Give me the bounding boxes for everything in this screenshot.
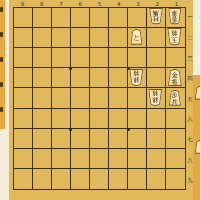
piece-kanji: 歩兵 (169, 91, 180, 106)
square-3g[interactable] (128, 129, 147, 149)
piece-face: と (131, 30, 142, 44)
square-6i[interactable] (71, 169, 90, 189)
square-1h[interactable] (166, 149, 185, 169)
square-3a[interactable] (128, 8, 147, 28)
star-point (127, 128, 130, 131)
square-3i[interactable] (128, 169, 147, 189)
square-5b[interactable] (90, 28, 109, 48)
stand-kanji-mark (0, 107, 3, 112)
shogi-app-screen: 987654321 一二三四五六七八九 桂馬香車玉将と銀将金将銀将歩兵 (0, 0, 200, 200)
square-9g[interactable] (14, 129, 33, 149)
square-9f[interactable] (14, 109, 33, 129)
square-8h[interactable] (33, 149, 52, 169)
square-2f[interactable] (147, 109, 166, 129)
piece-gote-knight-2a[interactable]: 桂馬 (149, 8, 163, 25)
piece-outline: 銀将 (129, 69, 144, 86)
square-5i[interactable] (90, 169, 109, 189)
square-3h[interactable] (128, 149, 147, 169)
square-2c[interactable] (147, 48, 166, 68)
file-label-6: 6 (71, 1, 90, 7)
square-1c[interactable] (166, 48, 185, 68)
square-6c[interactable] (71, 48, 90, 68)
square-6h[interactable] (71, 149, 90, 169)
piece-kanji: 香車 (169, 9, 181, 24)
square-1f[interactable] (166, 109, 185, 129)
square-3c[interactable] (128, 48, 147, 68)
square-5a[interactable] (90, 8, 109, 28)
stand-kanji-mark (0, 32, 3, 37)
square-6g[interactable] (71, 129, 90, 149)
square-5c[interactable] (90, 48, 109, 68)
square-1i[interactable] (166, 169, 185, 189)
square-7e[interactable] (52, 88, 71, 108)
piece-face (195, 87, 200, 99)
rank-label-7: 七 (187, 136, 193, 142)
square-8g[interactable] (33, 129, 52, 149)
piece-outline (195, 86, 201, 100)
square-7d[interactable] (52, 68, 71, 88)
square-5d[interactable] (90, 68, 109, 88)
stand-piece-stub[interactable] (195, 86, 201, 100)
rank-label-2: 二 (187, 35, 193, 41)
square-8c[interactable] (33, 48, 52, 68)
piece-outline (195, 140, 201, 154)
square-7a[interactable] (52, 8, 71, 28)
square-9d[interactable] (14, 68, 33, 88)
piece-outline: 玉将 (167, 28, 182, 46)
piece-kanji: と (131, 30, 142, 42)
piece-kanji: 銀将 (149, 90, 162, 105)
square-5g[interactable] (90, 129, 109, 149)
piece-outline: と (130, 29, 143, 45)
rank-label-5: 五 (187, 96, 193, 102)
square-8a[interactable] (33, 8, 52, 28)
piece-kanji: 桂馬 (149, 9, 162, 24)
piece-face: 香車 (169, 9, 181, 24)
square-3f[interactable] (128, 109, 147, 129)
square-3e[interactable] (128, 88, 147, 108)
piece-face: 桂馬 (149, 9, 162, 24)
piece-gote-silver-2e[interactable]: 銀将 (148, 89, 163, 106)
piece-face: 金将 (168, 70, 181, 86)
square-5f[interactable] (90, 109, 109, 129)
piece-face: 銀将 (130, 70, 143, 86)
square-4c[interactable] (109, 48, 128, 68)
square-9a[interactable] (14, 8, 33, 28)
piece-face: 歩兵 (169, 91, 180, 105)
stand-kanji-mark (0, 7, 3, 12)
square-9i[interactable] (14, 169, 33, 189)
square-7h[interactable] (52, 149, 71, 169)
square-8f[interactable] (33, 109, 52, 129)
piece-outline: 銀将 (148, 89, 163, 106)
rank-label-6: 六 (187, 116, 193, 122)
square-2d[interactable] (147, 68, 166, 88)
file-label-3: 3 (128, 1, 147, 7)
square-9b[interactable] (14, 28, 33, 48)
square-2b[interactable] (147, 28, 166, 48)
piece-face: 銀将 (149, 90, 162, 106)
piece-gote-king-1b[interactable]: 玉将 (167, 28, 182, 46)
piece-face (195, 141, 200, 153)
file-label-2: 2 (148, 1, 167, 7)
piece-sente-tokin-3b[interactable]: と (130, 29, 143, 45)
square-7b[interactable] (52, 28, 71, 48)
square-1g[interactable] (166, 129, 185, 149)
square-5h[interactable] (90, 149, 109, 169)
square-6d[interactable] (71, 68, 90, 88)
piece-kanji: 銀将 (130, 70, 143, 85)
square-8d[interactable] (33, 68, 52, 88)
stand-kanji-mark (0, 57, 3, 62)
piece-outline: 桂馬 (149, 8, 163, 25)
square-6a[interactable] (71, 8, 90, 28)
square-4b[interactable] (109, 28, 128, 48)
square-4h[interactable] (109, 149, 128, 169)
piece-face: 玉将 (168, 29, 182, 45)
square-7i[interactable] (52, 169, 71, 189)
square-7c[interactable] (52, 48, 71, 68)
stand-kanji-mark (0, 82, 3, 87)
square-5e[interactable] (90, 88, 109, 108)
square-8e[interactable] (33, 88, 52, 108)
square-2i[interactable] (147, 169, 166, 189)
piece-sente-gold-1d[interactable]: 金将 (168, 69, 183, 86)
square-8i[interactable] (33, 169, 52, 189)
square-6f[interactable] (71, 109, 90, 129)
rank-label-1: 一 (187, 14, 193, 20)
square-6b[interactable] (71, 28, 90, 48)
square-2h[interactable] (147, 149, 166, 169)
piece-outline: 金将 (168, 69, 183, 86)
piece-gote-silver-3d[interactable]: 銀将 (129, 69, 144, 86)
rank-label-3: 三 (187, 55, 193, 61)
file-label-7: 7 (51, 1, 70, 7)
piece-sente-pawn-1e[interactable]: 歩兵 (169, 90, 182, 106)
piece-gote-lance-1a[interactable]: 香車 (168, 8, 182, 25)
piece-kanji: 金将 (168, 70, 181, 85)
square-9h[interactable] (14, 149, 33, 169)
stand-piece-stub[interactable] (195, 140, 201, 154)
square-4d[interactable] (109, 68, 128, 88)
rank-label-9: 九 (187, 177, 193, 183)
square-7f[interactable] (52, 109, 71, 129)
square-6e[interactable] (71, 88, 90, 108)
file-label-9: 9 (13, 1, 32, 7)
square-9c[interactable] (14, 48, 33, 68)
gote-piece-stand[interactable] (0, 0, 5, 129)
square-4g[interactable] (109, 129, 128, 149)
piece-outline: 香車 (168, 8, 182, 25)
file-label-5: 5 (90, 1, 109, 7)
piece-outline: 歩兵 (169, 90, 182, 106)
rank-label-8: 八 (187, 157, 193, 163)
square-4e[interactable] (109, 88, 128, 108)
square-4f[interactable] (109, 109, 128, 129)
file-label-4: 4 (109, 1, 128, 7)
file-label-1: 1 (167, 1, 186, 7)
square-4i[interactable] (109, 169, 128, 189)
rank-label-4: 四 (187, 75, 193, 81)
square-2g[interactable] (147, 129, 166, 149)
square-4a[interactable] (109, 8, 128, 28)
square-8b[interactable] (33, 28, 52, 48)
square-9e[interactable] (14, 88, 33, 108)
square-7g[interactable] (52, 129, 71, 149)
file-label-8: 8 (32, 1, 51, 7)
piece-kanji: 玉将 (168, 29, 182, 45)
